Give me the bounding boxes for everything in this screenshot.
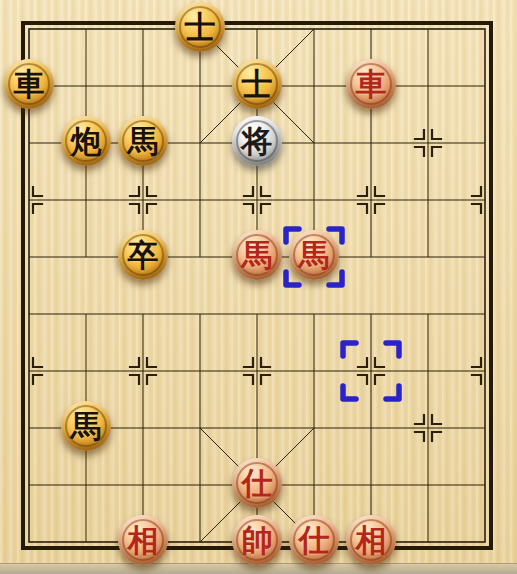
- piece-black-advisor[interactable]: 士: [175, 2, 225, 52]
- piece-character: 相: [356, 515, 387, 565]
- piece-red-horse[interactable]: 馬: [289, 230, 339, 280]
- piece-character: 炮: [71, 116, 102, 166]
- piece-character: 車: [14, 59, 45, 109]
- piece-character: 馬: [71, 401, 102, 451]
- piece-black-cannon[interactable]: 炮: [61, 116, 111, 166]
- piece-character: 車: [356, 59, 387, 109]
- piece-black-general[interactable]: 将: [232, 116, 282, 166]
- piece-black-chariot[interactable]: 車: [4, 59, 54, 109]
- piece-red-advisor[interactable]: 仕: [232, 458, 282, 508]
- piece-red-elephant[interactable]: 相: [346, 515, 396, 565]
- piece-character: 仕: [299, 515, 330, 565]
- piece-character: 士: [185, 2, 216, 52]
- piece-character: 士: [242, 59, 273, 109]
- xiangqi-board[interactable]: 士車士車炮馬将卒馬馬馬仕相帥仕相: [0, 0, 517, 574]
- piece-character: 帥: [242, 515, 273, 565]
- piece-character: 馬: [299, 230, 330, 280]
- piece-red-horse[interactable]: 馬: [232, 230, 282, 280]
- piece-red-advisor[interactable]: 仕: [289, 515, 339, 565]
- piece-character: 馬: [128, 116, 159, 166]
- pieces-layer: 士車士車炮馬将卒馬馬馬仕相帥仕相: [0, 0, 517, 574]
- piece-black-horse[interactable]: 馬: [61, 401, 111, 451]
- piece-character: 仕: [242, 458, 273, 508]
- piece-black-horse[interactable]: 馬: [118, 116, 168, 166]
- piece-red-general[interactable]: 帥: [232, 515, 282, 565]
- piece-character: 将: [242, 116, 273, 166]
- piece-character: 相: [128, 515, 159, 565]
- piece-black-advisor[interactable]: 士: [232, 59, 282, 109]
- piece-black-pawn[interactable]: 卒: [118, 230, 168, 280]
- piece-character: 馬: [242, 230, 273, 280]
- piece-red-elephant[interactable]: 相: [118, 515, 168, 565]
- piece-red-chariot[interactable]: 車: [346, 59, 396, 109]
- piece-character: 卒: [128, 230, 159, 280]
